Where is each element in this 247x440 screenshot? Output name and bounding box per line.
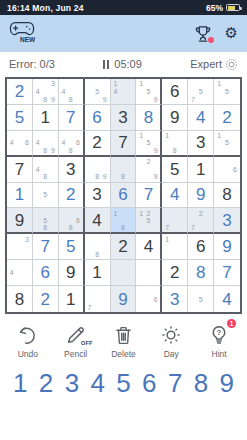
cell-r7c1[interactable]: 3	[7, 234, 33, 260]
cell-r7c2[interactable]: 7	[33, 234, 59, 260]
medal-icon	[225, 58, 238, 71]
cell-r3c1[interactable]: 46	[7, 131, 33, 157]
cell-r6c6[interactable]: 125	[136, 208, 162, 234]
pencil-marks: 8	[85, 234, 110, 259]
cell-r7c9[interactable]: 9	[214, 234, 240, 260]
user-digit: 4	[222, 291, 231, 308]
difficulty-label: Expert	[190, 58, 222, 70]
pencil-marks: 3489	[33, 79, 58, 104]
undo-label: Undo	[18, 349, 38, 359]
cell-r4c2[interactable]: 48	[33, 157, 59, 183]
user-digit: 9	[196, 186, 205, 203]
user-digit: 7	[41, 238, 50, 255]
pencil-marks: 159	[136, 79, 160, 104]
pencil-marks: 46	[7, 131, 32, 155]
pencil-marks: 8	[111, 157, 136, 182]
gamepad-icon	[9, 21, 39, 37]
cell-r6c2[interactable]: 58	[33, 208, 59, 234]
battery-percent: 65%	[206, 3, 223, 13]
cell-r3c6[interactable]: 159	[136, 131, 162, 157]
cell-r2c8[interactable]: 4	[188, 105, 214, 131]
pencil-marks: 15	[214, 131, 240, 155]
pencil-marks: 468	[59, 131, 83, 155]
cell-r3c9[interactable]: 15	[214, 131, 240, 157]
cell-r5c6[interactable]: 7	[136, 183, 162, 209]
given-digit: 6	[196, 238, 205, 255]
cell-r5c7[interactable]: 4	[162, 183, 188, 209]
achievements-button[interactable]	[193, 24, 213, 44]
pencil-off-badge: OFF	[81, 340, 93, 346]
cell-r7c3[interactable]: 5	[59, 234, 85, 260]
pencil-marks: 48	[59, 79, 83, 104]
pause-timer-button[interactable]: 05:09	[103, 58, 142, 70]
given-digit: 9	[66, 264, 75, 281]
cell-r1c5[interactable]: 14	[111, 79, 137, 105]
given-digit: 4	[144, 238, 153, 255]
cell-r1c6[interactable]: 159	[136, 79, 162, 105]
trash-icon	[113, 325, 134, 346]
user-digit: 3	[170, 291, 179, 308]
info-bar: Error: 0/3 05:09 Expert	[0, 52, 247, 76]
cell-r1c1[interactable]: 2	[7, 79, 33, 105]
cell-r5c9[interactable]: 8	[214, 183, 240, 209]
cell-r1c2[interactable]: 3489	[33, 79, 59, 105]
cell-r1c8[interactable]: 57	[188, 79, 214, 105]
user-digit: 9	[222, 238, 231, 255]
cell-r6c9[interactable]: 3	[214, 208, 240, 234]
user-digit: 2	[66, 186, 75, 203]
cell-r6c1[interactable]: 9	[7, 208, 33, 234]
pencil-marks: 15	[214, 79, 240, 104]
delete-label: Delete	[111, 349, 136, 359]
cell-r9c7[interactable]: 3	[162, 286, 188, 312]
cell-r2c1[interactable]: 5	[7, 105, 33, 131]
sun-icon	[160, 324, 182, 346]
user-digit: 8	[196, 264, 205, 281]
cell-r8c7[interactable]: 2	[162, 260, 188, 286]
cell-r4c1[interactable]: 7	[7, 157, 33, 183]
hint-count-badge: 1	[227, 319, 236, 328]
undo-icon	[17, 325, 38, 346]
user-digit: 2	[15, 83, 24, 100]
cell-r7c5[interactable]: 2	[111, 234, 137, 260]
user-digit: 6	[41, 264, 50, 281]
given-digit: 1	[41, 109, 50, 126]
pencil-marks: 3	[7, 234, 32, 259]
user-digit: 7	[66, 109, 75, 126]
cell-r5c8[interactable]: 9	[188, 183, 214, 209]
cell-r6c3[interactable]: 68	[59, 208, 85, 234]
cell-r2c9[interactable]: 2	[214, 105, 240, 131]
cell-r1c9[interactable]: 15	[214, 79, 240, 105]
undo-button[interactable]: Undo	[6, 323, 50, 359]
status-time-date: 16:14 Mon, Jun 24	[7, 3, 84, 13]
cell-r3c8[interactable]: 3	[188, 131, 214, 157]
given-digit: 1	[66, 291, 75, 308]
pencil-marks: 5	[188, 286, 213, 312]
cell-r3c7[interactable]: 18	[162, 131, 188, 157]
day-label: Day	[164, 349, 179, 359]
user-digit: 5	[66, 238, 75, 255]
cell-r1c7[interactable]: 6	[162, 79, 188, 105]
cell-r2c2[interactable]: 1	[33, 105, 59, 131]
cell-r3c5[interactable]: 7	[111, 131, 137, 157]
new-game-button[interactable]: NEW	[9, 21, 39, 47]
numpad-2[interactable]: 2	[39, 370, 53, 396]
pencil-marks: 159	[136, 131, 160, 155]
cell-r4c6[interactable]: 29	[136, 157, 162, 183]
pencil-marks: 7	[162, 208, 187, 232]
cell-r4c7[interactable]: 5	[162, 157, 188, 183]
cell-r9c3[interactable]: 1	[59, 286, 85, 312]
toolbar: Undo OFF Pencil Delete	[0, 323, 247, 359]
cell-r8c2[interactable]: 6	[33, 260, 59, 286]
given-digit: 3	[118, 109, 127, 126]
cell-r2c7[interactable]: 9	[162, 105, 188, 131]
cell-r8c9[interactable]: 7	[214, 260, 240, 286]
numpad-8[interactable]: 8	[194, 370, 208, 396]
error-counter: Error: 0/3	[9, 58, 55, 70]
cell-r5c2[interactable]: 5	[33, 183, 59, 209]
delete-button[interactable]: Delete	[101, 323, 145, 359]
pencil-label: Pencil	[64, 349, 87, 359]
pencil-marks: 4	[7, 260, 32, 285]
cell-r9c9[interactable]: 4	[214, 286, 240, 312]
cell-r2c4[interactable]: 6	[85, 105, 111, 131]
cell-r4c4[interactable]: 89	[85, 157, 111, 183]
given-digit: 2	[170, 264, 179, 281]
pencil-marks: 7	[85, 286, 110, 312]
pencil-marks: 5	[33, 183, 58, 208]
new-game-label: NEW	[20, 36, 35, 43]
pencil-marks: 125	[136, 208, 160, 232]
cell-r4c3[interactable]: 3	[59, 157, 85, 183]
sudoku-board: 2348948591415965715517638942464894682715…	[5, 77, 242, 314]
user-digit: 4	[170, 186, 179, 203]
cell-r7c7[interactable]: 1	[162, 234, 188, 260]
user-digit: 6	[92, 109, 101, 126]
given-digit: 4	[92, 212, 101, 229]
numpad-3[interactable]: 3	[65, 370, 79, 396]
cell-r9c4[interactable]: 7	[85, 286, 111, 312]
timer: 05:09	[114, 58, 142, 70]
hint-label: Hint	[212, 349, 227, 359]
cell-r5c5[interactable]: 6	[111, 183, 137, 209]
cell-r2c6[interactable]: 8	[136, 105, 162, 131]
user-digit: 7	[144, 186, 153, 203]
numpad-5[interactable]: 5	[116, 370, 130, 396]
user-digit: 2	[222, 109, 231, 126]
numpad-7[interactable]: 7	[168, 370, 182, 396]
pencil-marks: 6	[214, 157, 240, 182]
given-digit: 3	[66, 161, 75, 178]
user-digit: 6	[118, 186, 127, 203]
cell-r4c5[interactable]: 8	[111, 157, 137, 183]
cell-r8c8[interactable]: 8	[188, 260, 214, 286]
battery-icon	[226, 4, 240, 11]
user-digit: 7	[222, 264, 231, 281]
numpad-9[interactable]: 9	[220, 370, 234, 396]
given-digit: 2	[92, 134, 101, 151]
pencil-marks: 18	[111, 208, 136, 232]
cell-r5c4[interactable]: 3	[85, 183, 111, 209]
numpad-4[interactable]: 4	[90, 370, 104, 396]
cell-r8c6[interactable]	[136, 260, 162, 286]
user-digit: 2	[41, 291, 50, 308]
cell-r9c6[interactable]: 6	[136, 286, 162, 312]
trophy-notification-dot	[208, 37, 214, 43]
given-digit: 1	[92, 264, 101, 281]
cell-r8c4[interactable]: 1	[85, 260, 111, 286]
pencil-marks: 48	[33, 157, 58, 182]
given-digit: 3	[92, 186, 101, 203]
cell-r6c4[interactable]: 4	[85, 208, 111, 234]
cell-r6c5[interactable]: 18	[111, 208, 137, 234]
cell-r1c4[interactable]: 59	[85, 79, 111, 105]
cell-r8c3[interactable]: 9	[59, 260, 85, 286]
pencil-marks: 489	[33, 131, 58, 155]
pencil-button[interactable]: OFF Pencil	[54, 323, 98, 359]
cell-r6c7[interactable]: 7	[162, 208, 188, 234]
hint-bulb-icon: ?	[208, 324, 230, 346]
pencil-marks: 59	[85, 79, 110, 104]
cell-r9c5[interactable]: 9	[111, 286, 137, 312]
given-digit: 7	[118, 134, 127, 151]
cell-r1c3[interactable]: 48	[59, 79, 85, 105]
cell-r9c8[interactable]: 5	[188, 286, 214, 312]
given-digit: 7	[15, 161, 24, 178]
cell-r3c4[interactable]: 2	[85, 131, 111, 157]
given-digit: 8	[222, 186, 231, 203]
cell-r8c1[interactable]: 4	[7, 260, 33, 286]
cell-r5c1[interactable]: 1	[7, 183, 33, 209]
cell-r9c1[interactable]: 8	[7, 286, 33, 312]
given-digit: 9	[15, 212, 24, 229]
cell-r2c3[interactable]: 7	[59, 105, 85, 131]
hint-button[interactable]: ? 1 Hint	[197, 323, 241, 359]
pencil-marks: 1	[162, 234, 187, 259]
given-digit: 1	[196, 161, 205, 178]
user-digit: 8	[144, 109, 153, 126]
app-header: NEW ⚙	[0, 15, 247, 52]
gear-icon[interactable]: ⚙	[225, 26, 238, 41]
cell-r7c6[interactable]: 4	[136, 234, 162, 260]
given-digit: 5	[170, 161, 179, 178]
pencil-marks: 29	[136, 157, 160, 182]
user-digit: 1	[15, 186, 24, 203]
pencil-marks: 14	[111, 79, 136, 104]
numpad-6[interactable]: 6	[142, 370, 156, 396]
pause-icon	[103, 60, 109, 69]
cell-r4c9[interactable]: 6	[214, 157, 240, 183]
cell-r8c5[interactable]	[111, 260, 137, 286]
cell-r2c5[interactable]: 3	[111, 105, 137, 131]
cell-r3c2[interactable]: 489	[33, 131, 59, 157]
pencil-marks: 68	[59, 208, 83, 232]
day-night-button[interactable]: Day	[149, 323, 193, 359]
pencil-marks: 57	[188, 79, 213, 104]
user-digit: 9	[118, 291, 127, 308]
given-digit: 8	[15, 291, 24, 308]
cell-r7c8[interactable]: 6	[188, 234, 214, 260]
number-pad: 1 2 3 4 5 6 7 8 9	[0, 370, 247, 396]
pencil-marks: 18	[162, 131, 187, 155]
numpad-1[interactable]: 1	[13, 370, 27, 396]
difficulty-selector[interactable]: Expert	[190, 58, 238, 71]
cell-r5c3[interactable]: 2	[59, 183, 85, 209]
cell-r6c8[interactable]: 27	[188, 208, 214, 234]
given-digit: 2	[118, 238, 127, 255]
pencil-marks: 89	[85, 157, 110, 182]
given-digit: 6	[170, 83, 179, 100]
cell-r9c2[interactable]: 2	[33, 286, 59, 312]
pencil-marks: 58	[33, 208, 58, 232]
user-digit: 5	[15, 109, 24, 126]
user-digit: 3	[222, 212, 231, 229]
given-digit: 3	[196, 134, 205, 151]
cell-r3c3[interactable]: 468	[59, 131, 85, 157]
user-digit: 4	[196, 109, 205, 126]
svg-text:?: ?	[217, 328, 222, 337]
given-digit: 9	[170, 109, 179, 126]
pencil-marks: 27	[188, 208, 213, 232]
pencil-marks: 6	[136, 286, 160, 312]
cell-r7c4[interactable]: 8	[85, 234, 111, 260]
status-bar: 16:14 Mon, Jun 24 65%	[0, 0, 247, 15]
cell-r4c8[interactable]: 1	[188, 157, 214, 183]
